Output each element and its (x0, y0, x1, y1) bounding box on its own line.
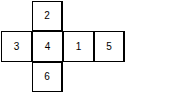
net-cell-face-2: 2 (32, 1, 63, 31)
net-cell-face-6: 6 (32, 62, 63, 92)
net-cell-face-3: 3 (1, 31, 32, 62)
net-cell-face-4: 4 (32, 31, 63, 62)
net-cell-face-1: 1 (63, 31, 94, 62)
cube-net-board: 2 3 4 1 5 6 (1, 1, 125, 92)
net-cell-face-5: 5 (94, 31, 125, 62)
